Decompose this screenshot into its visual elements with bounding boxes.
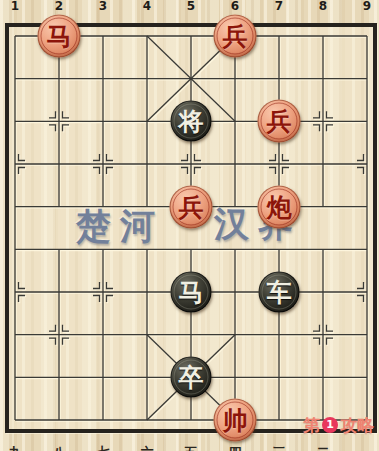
piece-red-soldier[interactable]: 兵 [170,185,213,228]
file-label-bottom: 九 [9,446,22,451]
watermark: 第 1 攻略 [303,416,374,434]
red-general-glyph: 帅 [223,408,248,433]
piece-red-general[interactable]: 帅 [214,399,257,442]
piece-black-general[interactable]: 将 [171,101,212,142]
file-label-bottom: 五 [185,446,198,451]
watermark-prefix: 第 [303,416,320,434]
black-horse-glyph: 马 [179,280,204,305]
black-chariot-glyph: 车 [267,280,292,305]
piece-red-soldier[interactable]: 兵 [258,100,301,143]
red-soldier-glyph: 兵 [267,109,292,134]
file-label-top: 4 [143,0,151,12]
river-label-left: 楚河 [76,207,164,245]
file-label-top: 7 [275,0,283,12]
red-soldier-glyph: 兵 [223,24,248,49]
black-general-glyph: 将 [179,109,204,134]
file-label-top: 1 [11,0,19,12]
piece-black-chariot[interactable]: 车 [259,272,300,313]
piece-black-soldier[interactable]: 卒 [171,357,212,398]
piece-red-horse[interactable]: 马 [38,15,81,58]
file-label-top: 8 [319,0,327,12]
red-soldier-glyph: 兵 [179,194,204,219]
file-label-bottom: 七 [97,446,110,451]
file-label-bottom: 六 [141,446,154,451]
file-label-top: 6 [231,0,239,12]
red-cannon-glyph: 炮 [267,194,292,219]
file-label-top: 9 [363,0,371,12]
red-horse-glyph: 马 [47,24,72,49]
file-label-bottom: 四 [229,446,242,451]
black-soldier-glyph: 卒 [179,365,204,390]
watermark-suffix: 攻略 [340,416,374,434]
file-label-bottom: 八 [53,446,66,451]
piece-red-soldier[interactable]: 兵 [214,15,257,58]
file-label-bottom: 二 [317,446,330,451]
file-label-top: 5 [187,0,195,12]
piece-black-horse[interactable]: 马 [171,272,212,313]
file-label-top: 2 [55,0,63,12]
xiangqi-board-screenshot: 123456789 九八七六五四三二一 楚河 汉界 马兵将兵兵炮马车卒帅 第 1… [0,0,379,451]
file-label-bottom: 三 [273,446,286,451]
file-label-bottom: 一 [361,446,374,451]
piece-red-cannon[interactable]: 炮 [258,185,301,228]
watermark-number-badge: 1 [322,417,338,433]
file-label-top: 3 [99,0,107,12]
